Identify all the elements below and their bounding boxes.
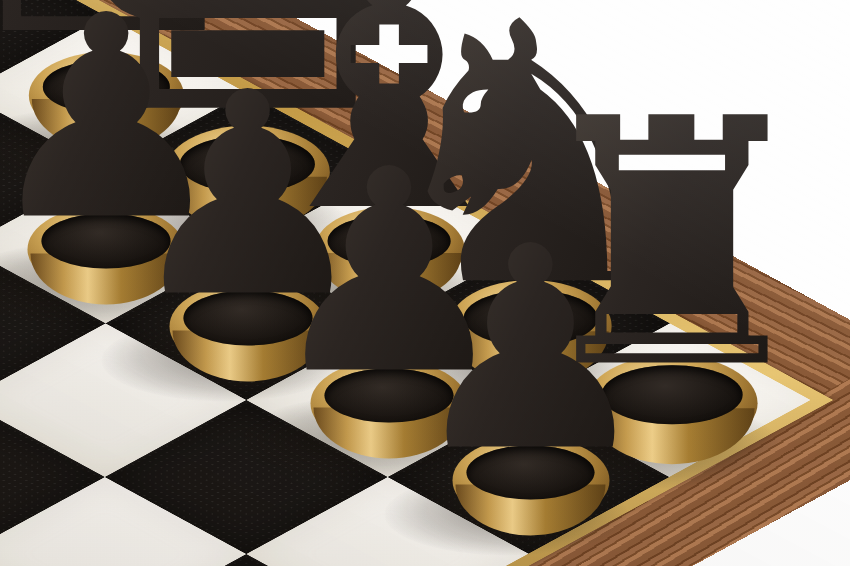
piece-black-pawn-h7[interactable]: ♟ [405, 210, 656, 525]
chess-product-photo: ♛♚♝♞♜♟♟♟♟ [0, 0, 850, 566]
pieces-layer: ♛♚♝♞♜♟♟♟♟ [0, 0, 850, 566]
black-pawn-glyph: ♟ [405, 210, 656, 490]
